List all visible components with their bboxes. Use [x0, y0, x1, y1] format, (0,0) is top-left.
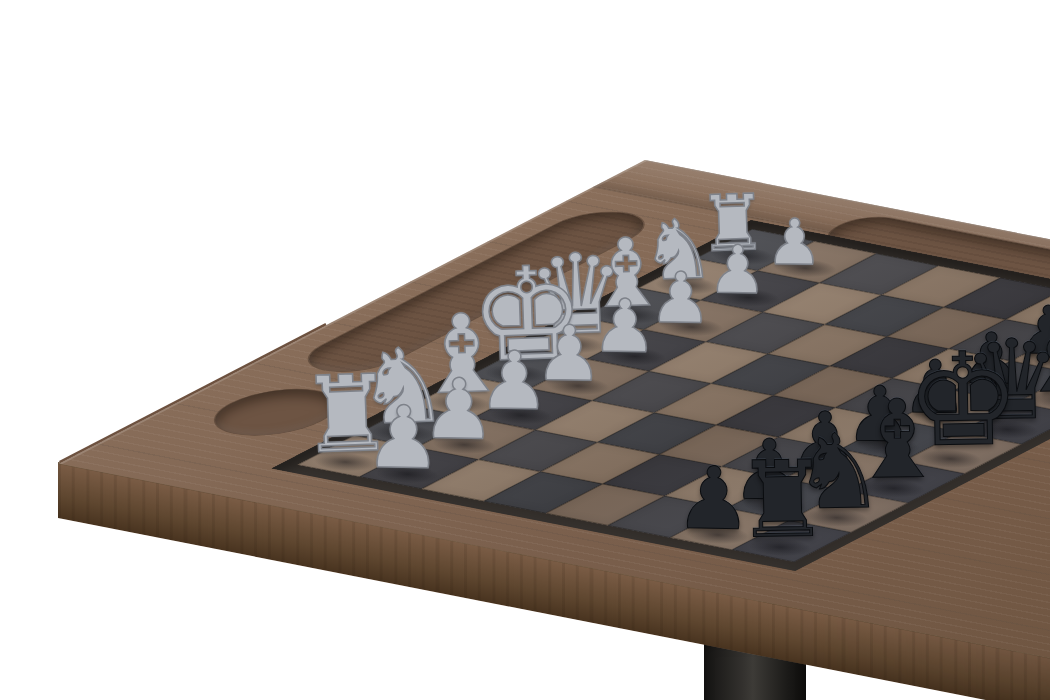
piece-white-pawn: ♟: [648, 262, 713, 333]
table-top: ♜♟♟♜♞♟♟♞♝♟♟♝♛♟♟♛♚♟♟♚♝♟♟♝♞♟♟♞♜♟♟♜: [59, 160, 1050, 700]
piece-white-pawn: ♟: [762, 211, 827, 275]
board-recess: ♜♟♟♜♞♟♟♞♝♟♟♝♛♟♟♛♚♟♟♚♝♟♟♝♞♟♟♞♜♟♟♜: [271, 220, 1050, 571]
piece-black-rook: ♜: [735, 448, 801, 554]
chess-board: ♜♟♟♜♞♟♟♞♝♟♟♝♛♟♟♛♚♟♟♚♝♟♟♝♞♟♟♞♜♟♟♜: [297, 229, 1050, 562]
piece-white-pawn: ♟: [705, 237, 770, 304]
piece-white-rook: ♜: [298, 362, 366, 469]
photo-stage: ♜♟♟♜♞♟♟♞♝♟♟♝♛♟♟♛♚♟♟♚♝♟♟♝♞♟♟♞♜♟♟♜: [0, 0, 1050, 700]
piece-black-pawn: ♟: [674, 454, 739, 541]
piece-white-pawn: ♟: [364, 394, 429, 481]
